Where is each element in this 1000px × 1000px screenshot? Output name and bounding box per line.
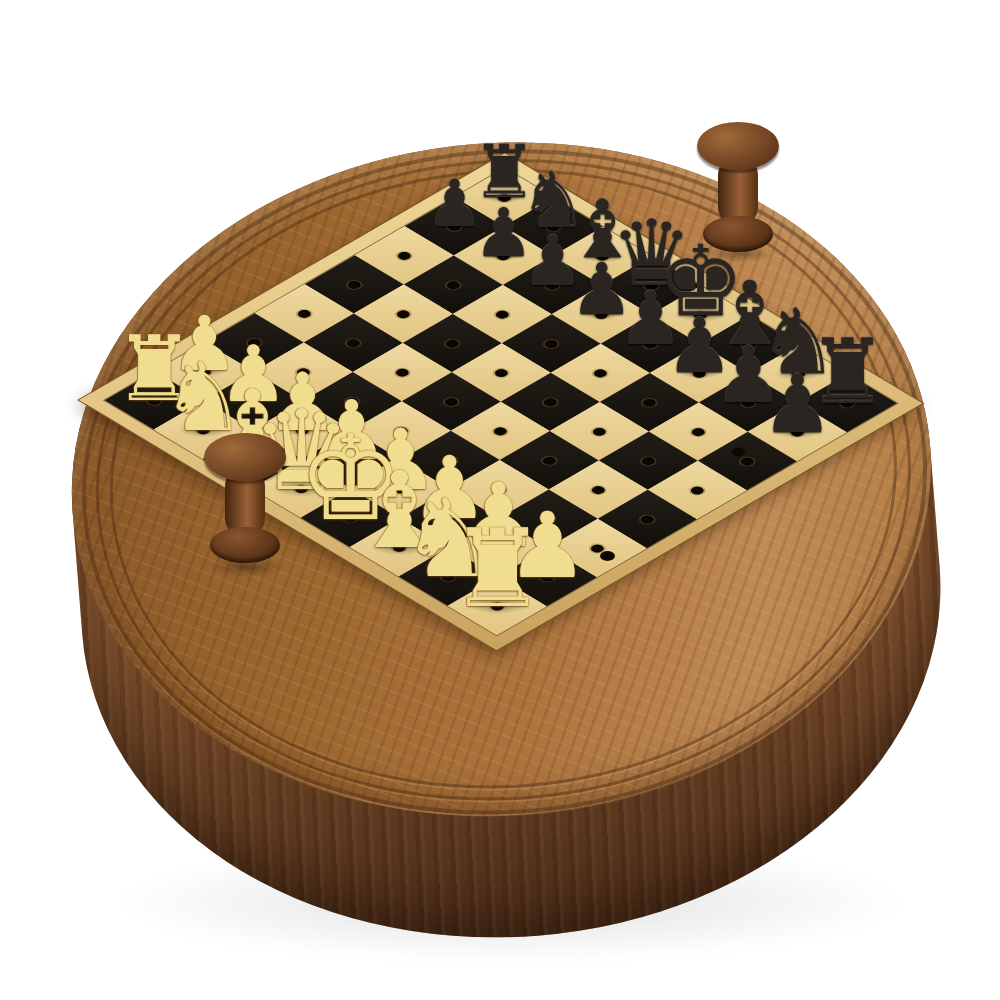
travel-chess-set-photo: ♜♞♝♛♚♝♞♜♟♟♟♟♟♟♟♟♟♟♟♟♟♟♟♟♜♞♝♛♚♝♞♜ bbox=[0, 0, 1000, 1000]
spare-peg-left[interactable] bbox=[201, 433, 289, 563]
frame-peg-hole bbox=[731, 447, 746, 457]
peg-cap bbox=[204, 433, 286, 481]
piece-white-rook-h1[interactable]: ♜ bbox=[449, 515, 546, 623]
piece-black-pawn-h7[interactable]: ♟ bbox=[762, 364, 834, 444]
frame-peg-hole bbox=[600, 551, 615, 561]
peg-cap bbox=[697, 122, 779, 170]
peg-base bbox=[210, 527, 280, 563]
